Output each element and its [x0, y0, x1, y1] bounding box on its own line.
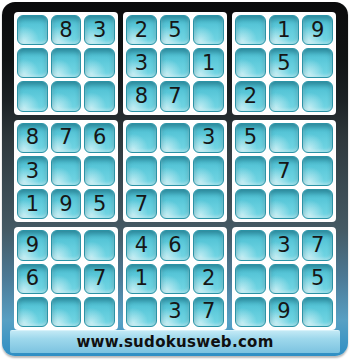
block-5: 37: [123, 120, 227, 223]
sudoku-screenshot: 83 253187 1952 8763195 37 57 967 461237 …: [0, 0, 350, 360]
cell-r7c2[interactable]: [51, 230, 82, 260]
cell-r4c1[interactable]: 8: [17, 123, 48, 153]
cell-r2c1[interactable]: [17, 48, 48, 78]
cell-r4c6[interactable]: 3: [193, 123, 224, 153]
cell-r2c2[interactable]: [51, 48, 82, 78]
cell-r8c5[interactable]: [160, 264, 191, 294]
sudoku-grid: 83 253187 1952 8763195 37 57 967 461237 …: [14, 12, 336, 330]
cell-r8c7[interactable]: [235, 264, 266, 294]
cell-r3c3[interactable]: [84, 81, 115, 111]
block-4: 8763195: [14, 120, 118, 223]
cell-r5c5[interactable]: [160, 156, 191, 186]
cell-r1c2[interactable]: 8: [51, 15, 82, 45]
cell-r9c1[interactable]: [17, 297, 48, 327]
cell-r9c5[interactable]: 3: [160, 297, 191, 327]
cell-r7c9[interactable]: 7: [302, 230, 333, 260]
cell-r6c7[interactable]: [235, 189, 266, 219]
cell-r2c4[interactable]: 3: [126, 48, 157, 78]
cell-r2c7[interactable]: [235, 48, 266, 78]
footer-band: www.sudokusweb.com: [10, 330, 340, 353]
cell-r8c8[interactable]: [269, 264, 300, 294]
cell-r5c9[interactable]: [302, 156, 333, 186]
cell-r6c4[interactable]: 7: [126, 189, 157, 219]
cell-r8c4[interactable]: 1: [126, 264, 157, 294]
cell-r2c5[interactable]: [160, 48, 191, 78]
cell-r8c6[interactable]: 2: [193, 264, 224, 294]
cell-r5c8[interactable]: 7: [269, 156, 300, 186]
block-1: 83: [14, 12, 118, 115]
cell-r9c4[interactable]: [126, 297, 157, 327]
cell-r4c2[interactable]: 7: [51, 123, 82, 153]
cell-r2c3[interactable]: [84, 48, 115, 78]
cell-r4c3[interactable]: 6: [84, 123, 115, 153]
cell-r1c4[interactable]: 2: [126, 15, 157, 45]
cell-r8c1[interactable]: 6: [17, 264, 48, 294]
cell-r3c9[interactable]: [302, 81, 333, 111]
cell-r6c9[interactable]: [302, 189, 333, 219]
cell-r6c3[interactable]: 5: [84, 189, 115, 219]
cell-r6c5[interactable]: [160, 189, 191, 219]
cell-r1c1[interactable]: [17, 15, 48, 45]
cell-r7c1[interactable]: 9: [17, 230, 48, 260]
cell-r5c1[interactable]: 3: [17, 156, 48, 186]
block-7: 967: [14, 227, 118, 330]
cell-r6c1[interactable]: 1: [17, 189, 48, 219]
cell-r6c6[interactable]: [193, 189, 224, 219]
cell-r6c8[interactable]: [269, 189, 300, 219]
cell-r9c6[interactable]: 7: [193, 297, 224, 327]
cell-r9c3[interactable]: [84, 297, 115, 327]
cell-r7c5[interactable]: 6: [160, 230, 191, 260]
cell-r1c6[interactable]: [193, 15, 224, 45]
cell-r4c7[interactable]: 5: [235, 123, 266, 153]
site-url: www.sudokusweb.com: [76, 333, 273, 351]
cell-r3c2[interactable]: [51, 81, 82, 111]
cell-r8c3[interactable]: 7: [84, 264, 115, 294]
cell-r2c9[interactable]: [302, 48, 333, 78]
cell-r2c6[interactable]: 1: [193, 48, 224, 78]
cell-r3c8[interactable]: [269, 81, 300, 111]
cell-r7c7[interactable]: [235, 230, 266, 260]
cell-r6c2[interactable]: 9: [51, 189, 82, 219]
cell-r5c7[interactable]: [235, 156, 266, 186]
cell-r7c8[interactable]: 3: [269, 230, 300, 260]
cell-r4c5[interactable]: [160, 123, 191, 153]
cell-r8c9[interactable]: 5: [302, 264, 333, 294]
cell-r1c7[interactable]: [235, 15, 266, 45]
block-8: 461237: [123, 227, 227, 330]
block-9: 3759: [232, 227, 336, 330]
cell-r2c8[interactable]: 5: [269, 48, 300, 78]
block-2: 253187: [123, 12, 227, 115]
cell-r1c9[interactable]: 9: [302, 15, 333, 45]
cell-r5c3[interactable]: [84, 156, 115, 186]
cell-r9c8[interactable]: 9: [269, 297, 300, 327]
cell-r9c9[interactable]: [302, 297, 333, 327]
cell-r5c6[interactable]: [193, 156, 224, 186]
cell-r9c2[interactable]: [51, 297, 82, 327]
cell-r1c5[interactable]: 5: [160, 15, 191, 45]
block-6: 57: [232, 120, 336, 223]
cell-r4c9[interactable]: [302, 123, 333, 153]
cell-r3c1[interactable]: [17, 81, 48, 111]
cell-r4c8[interactable]: [269, 123, 300, 153]
cell-r7c3[interactable]: [84, 230, 115, 260]
cell-r3c4[interactable]: 8: [126, 81, 157, 111]
block-3: 1952: [232, 12, 336, 115]
cell-r1c3[interactable]: 3: [84, 15, 115, 45]
cell-r5c4[interactable]: [126, 156, 157, 186]
cell-r3c6[interactable]: [193, 81, 224, 111]
cell-r3c5[interactable]: 7: [160, 81, 191, 111]
cell-r1c8[interactable]: 1: [269, 15, 300, 45]
cell-r3c7[interactable]: 2: [235, 81, 266, 111]
cell-r7c4[interactable]: 4: [126, 230, 157, 260]
cell-r5c2[interactable]: [51, 156, 82, 186]
sudoku-board-panel: 83 253187 1952 8763195 37 57 967 461237 …: [2, 2, 348, 356]
cell-r4c4[interactable]: [126, 123, 157, 153]
cell-r7c6[interactable]: [193, 230, 224, 260]
cell-r9c7[interactable]: [235, 297, 266, 327]
cell-r8c2[interactable]: [51, 264, 82, 294]
